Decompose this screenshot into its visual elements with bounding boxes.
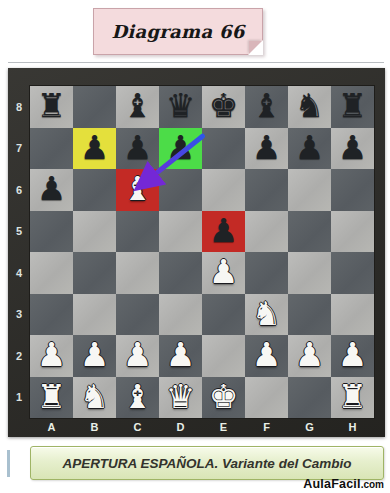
square-g7: ♟ [288, 128, 331, 170]
black-pawn: ♟ [252, 131, 282, 164]
square-d7: ♟ [159, 128, 202, 170]
rank-label-1: 1 [8, 377, 30, 419]
square-g8: ♞ [288, 86, 331, 128]
white-pawn: ♟ [209, 255, 239, 288]
site-branding: AulaFacil .com [303, 477, 384, 491]
square-h7: ♟ [331, 128, 374, 170]
file-label-b: B [73, 419, 116, 436]
square-b7: ♟ [73, 128, 116, 170]
file-labels: ABCDEFGH [30, 419, 374, 436]
square-h6 [331, 169, 374, 211]
horizontal-divider [8, 62, 384, 63]
square-a3 [30, 294, 73, 336]
rank-label-6: 6 [8, 169, 30, 211]
square-f4 [245, 252, 288, 294]
square-g6 [288, 169, 331, 211]
opening-caption: APERTURA ESPAÑOLA. Variante del Cambio [63, 456, 352, 471]
white-bishop: ♝ [123, 380, 153, 413]
square-a5 [30, 211, 73, 253]
white-queen: ♛ [166, 380, 196, 413]
square-c7: ♟ [116, 128, 159, 170]
square-c2: ♟ [116, 335, 159, 377]
square-h8: ♜ [331, 86, 374, 128]
white-bishop: ♝ [123, 172, 153, 205]
file-label-a: A [30, 419, 73, 436]
page-title: Diagrama 66 [111, 21, 244, 42]
white-pawn: ♟ [80, 338, 110, 371]
square-b1: ♞ [73, 377, 116, 419]
square-e7 [202, 128, 245, 170]
white-king: ♚ [209, 380, 239, 413]
square-b5 [73, 211, 116, 253]
white-pawn: ♟ [338, 338, 368, 371]
square-c3 [116, 294, 159, 336]
square-a2: ♟ [30, 335, 73, 377]
rank-label-2: 2 [8, 335, 30, 377]
square-a7 [30, 128, 73, 170]
title-note: Diagrama 66 [93, 8, 263, 55]
square-e3 [202, 294, 245, 336]
square-d4 [159, 252, 202, 294]
square-f6 [245, 169, 288, 211]
square-a4 [30, 252, 73, 294]
square-e1: ♚ [202, 377, 245, 419]
white-pawn: ♟ [252, 338, 282, 371]
black-pawn: ♟ [295, 131, 325, 164]
square-e2 [202, 335, 245, 377]
white-rook: ♜ [338, 380, 368, 413]
black-queen: ♛ [166, 89, 196, 122]
file-label-e: E [202, 419, 245, 436]
black-rook: ♜ [37, 89, 67, 122]
file-label-c: C [116, 419, 159, 436]
black-pawn: ♟ [338, 131, 368, 164]
black-pawn: ♟ [37, 172, 67, 205]
square-b4 [73, 252, 116, 294]
rank-label-3: 3 [8, 294, 30, 336]
square-e8: ♚ [202, 86, 245, 128]
rank-label-8: 8 [8, 86, 30, 128]
black-pawn: ♟ [80, 131, 110, 164]
square-d1: ♛ [159, 377, 202, 419]
rank-label-4: 4 [8, 252, 30, 294]
square-d6 [159, 169, 202, 211]
board: ♜♝♛♚♝♞♜♟♟♟♟♟♟♟♝♟♟♞♟♟♟♟♟♟♟♜♞♝♛♚♜ [30, 86, 374, 418]
square-a8: ♜ [30, 86, 73, 128]
square-h4 [331, 252, 374, 294]
page: Diagrama 66 87654321 ABCDEFGH ♜♝♛♚♝♞♜♟♟♟… [0, 0, 390, 493]
file-label-d: D [159, 419, 202, 436]
file-label-h: H [331, 419, 374, 436]
square-a1: ♜ [30, 377, 73, 419]
square-f3: ♞ [245, 294, 288, 336]
white-knight: ♞ [252, 297, 282, 330]
square-b6 [73, 169, 116, 211]
square-e4: ♟ [202, 252, 245, 294]
square-g5 [288, 211, 331, 253]
square-a6: ♟ [30, 169, 73, 211]
brand-name: AulaFacil [303, 477, 360, 491]
square-b2: ♟ [73, 335, 116, 377]
square-g3 [288, 294, 331, 336]
square-c8: ♝ [116, 86, 159, 128]
square-h1: ♜ [331, 377, 374, 419]
square-d5 [159, 211, 202, 253]
white-rook: ♜ [37, 380, 67, 413]
square-g1 [288, 377, 331, 419]
note-fold-cut [248, 40, 263, 55]
rank-label-7: 7 [8, 128, 30, 170]
square-e6 [202, 169, 245, 211]
square-h3 [331, 294, 374, 336]
square-c1: ♝ [116, 377, 159, 419]
black-knight: ♞ [295, 89, 325, 122]
black-king: ♚ [209, 89, 239, 122]
brand-suffix: .com [361, 479, 384, 490]
white-pawn: ♟ [123, 338, 153, 371]
rank-label-5: 5 [8, 211, 30, 253]
square-c5 [116, 211, 159, 253]
black-bishop: ♝ [123, 89, 153, 122]
black-rook: ♜ [338, 89, 368, 122]
square-b8 [73, 86, 116, 128]
square-e5: ♟ [202, 211, 245, 253]
square-f2: ♟ [245, 335, 288, 377]
caption-box: APERTURA ESPAÑOLA. Variante del Cambio [30, 446, 384, 480]
black-pawn: ♟ [166, 131, 196, 164]
square-d2: ♟ [159, 335, 202, 377]
square-b3 [73, 294, 116, 336]
black-pawn: ♟ [123, 131, 153, 164]
square-d3 [159, 294, 202, 336]
white-pawn: ♟ [295, 338, 325, 371]
square-f7: ♟ [245, 128, 288, 170]
square-f8: ♝ [245, 86, 288, 128]
file-label-g: G [288, 419, 331, 436]
square-h5 [331, 211, 374, 253]
square-g2: ♟ [288, 335, 331, 377]
white-pawn: ♟ [37, 338, 67, 371]
square-d8: ♛ [159, 86, 202, 128]
left-margin-tick [7, 450, 10, 477]
square-f5 [245, 211, 288, 253]
white-pawn: ♟ [166, 338, 196, 371]
black-bishop: ♝ [252, 89, 282, 122]
square-c6: ♝ [116, 169, 159, 211]
white-knight: ♞ [80, 380, 110, 413]
chess-board-panel: 87654321 ABCDEFGH ♜♝♛♚♝♞♜♟♟♟♟♟♟♟♝♟♟♞♟♟♟♟… [8, 68, 385, 437]
rank-labels: 87654321 [8, 86, 30, 418]
square-g4 [288, 252, 331, 294]
file-label-f: F [245, 419, 288, 436]
square-c4 [116, 252, 159, 294]
square-h2: ♟ [331, 335, 374, 377]
black-pawn: ♟ [209, 214, 239, 247]
square-f1 [245, 377, 288, 419]
